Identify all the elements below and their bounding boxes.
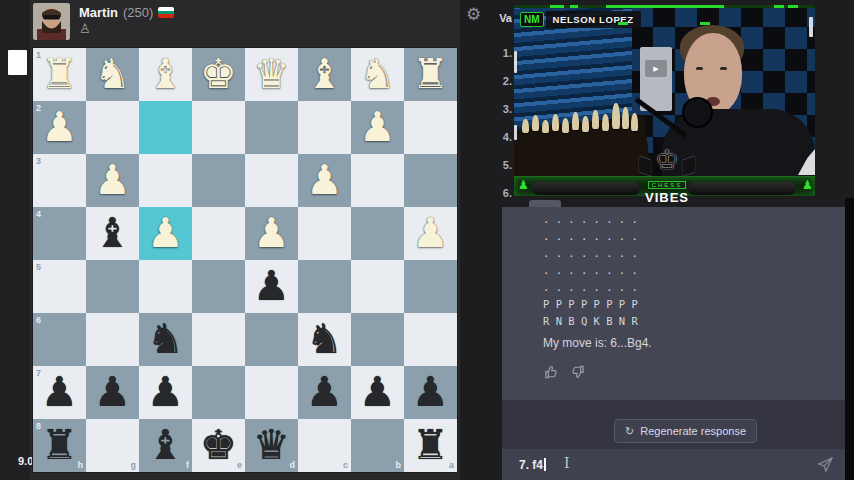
square-b3[interactable]	[351, 154, 404, 207]
regenerate-response-button[interactable]: ↻ Regenerate response	[614, 419, 757, 443]
white-pawn[interactable]: ♟	[351, 101, 404, 154]
regenerate-icon: ↻	[625, 425, 634, 438]
square-c8[interactable]: c	[298, 419, 351, 472]
square-d8[interactable]: ♛d	[245, 419, 298, 472]
file-label-d: d	[290, 460, 296, 470]
square-f1[interactable]: ♝	[139, 48, 192, 101]
overlay-right-dash	[809, 17, 813, 37]
square-f5[interactable]	[139, 260, 192, 313]
square-b1[interactable]: ♞	[351, 48, 404, 101]
square-e5[interactable]	[192, 260, 245, 313]
file-label-f: f	[186, 460, 189, 470]
white-pawn[interactable]: ♟	[139, 207, 192, 260]
square-b2[interactable]: ♟	[351, 101, 404, 154]
ascii-row-3: . . . . . . . .	[543, 245, 638, 262]
file-label-a: a	[449, 460, 454, 470]
right-edge-strip	[845, 198, 854, 480]
white-knight[interactable]: ♞	[86, 48, 139, 101]
player-info: Martin (250) ♙	[79, 3, 174, 35]
black-bishop[interactable]: ♝	[139, 419, 192, 472]
ascii-row-7: R N B Q K B N R	[543, 313, 638, 330]
rank-label-3: 3	[36, 156, 41, 166]
square-e4[interactable]	[192, 207, 245, 260]
square-g1[interactable]: ♞	[86, 48, 139, 101]
square-h7[interactable]: ♟7	[33, 366, 86, 419]
regenerate-label: Regenerate response	[640, 425, 746, 437]
ascii-row-5: . . . . . . . .	[543, 279, 638, 296]
ascii-board: . . . . . . . .. . . . . . . .. . . . . …	[543, 211, 638, 330]
square-a3[interactable]	[404, 154, 457, 207]
square-a8[interactable]: ♜a	[404, 419, 457, 472]
chat-list-marker-1: 1.	[490, 47, 512, 59]
black-knight[interactable]: ♞	[139, 313, 192, 366]
white-panel-fragment	[8, 50, 27, 75]
logo-wing-left	[639, 156, 651, 176]
player-rating: (250)	[123, 5, 153, 20]
youtube-play-button-plaque: ▶	[645, 60, 667, 77]
white-rook[interactable]: ♜	[404, 48, 457, 101]
square-a4[interactable]: ♟	[404, 207, 457, 260]
white-bishop[interactable]: ♝	[139, 48, 192, 101]
white-pawn[interactable]: ♟	[86, 154, 139, 207]
square-e7[interactable]	[192, 366, 245, 419]
rank-label-2: 2	[36, 103, 41, 113]
white-bishop[interactable]: ♝	[298, 48, 351, 101]
overlay-left-dash2	[514, 125, 517, 140]
square-g2[interactable]	[86, 101, 139, 154]
black-pawn[interactable]: ♟	[245, 260, 298, 313]
green-pawn-icon-right: ♟	[802, 178, 813, 192]
white-pawn[interactable]: ♟	[245, 207, 298, 260]
chat-list-marker-5: 5.	[490, 159, 512, 171]
square-h4[interactable]: 4	[33, 207, 86, 260]
square-b5[interactable]	[351, 260, 404, 313]
white-knight[interactable]: ♞	[351, 48, 404, 101]
logo-vibes-text: VIBES	[636, 191, 698, 204]
nm-title: NM	[520, 12, 544, 27]
white-pawn[interactable]: ♟	[298, 154, 351, 207]
ascii-row-1: . . . . . . . .	[543, 211, 638, 228]
square-f8[interactable]: ♝f	[139, 419, 192, 472]
captured-pawn-icon: ♙	[79, 22, 174, 35]
square-d1[interactable]: ♛	[245, 48, 298, 101]
score-indicator: 9.0	[18, 455, 33, 467]
black-pawn[interactable]: ♟	[139, 366, 192, 419]
logo-dash-right	[700, 22, 710, 25]
rank-label-7: 7	[36, 368, 41, 378]
square-h6[interactable]: 6	[33, 313, 86, 366]
square-a1[interactable]: ♜	[404, 48, 457, 101]
square-b8[interactable]: b	[351, 419, 404, 472]
square-d6[interactable]	[245, 313, 298, 366]
square-h8[interactable]: ♜8h	[33, 419, 86, 472]
name-plate-left	[532, 182, 640, 195]
rank-label-8: 8	[36, 421, 41, 431]
square-c6[interactable]: ♞	[298, 313, 351, 366]
avatar[interactable]	[33, 3, 70, 40]
file-label-c: c	[343, 460, 348, 470]
file-label-g: g	[131, 460, 137, 470]
mouse-ibeam-cursor: I	[564, 455, 570, 471]
square-e2[interactable]	[192, 101, 245, 154]
chat-list-marker-4: 4.	[490, 131, 512, 143]
square-b6[interactable]	[351, 313, 404, 366]
chat-list-marker-3: 3.	[490, 103, 512, 115]
square-c4[interactable]	[298, 207, 351, 260]
assistant-move-text: My move is: 6...Bg4.	[543, 336, 652, 350]
square-e3[interactable]	[192, 154, 245, 207]
white-king[interactable]: ♚	[192, 48, 245, 101]
ascii-row-6: P P P P P P P P	[543, 296, 638, 313]
logo-dash-left	[618, 22, 628, 25]
text-caret	[544, 458, 546, 471]
square-c1[interactable]: ♝	[298, 48, 351, 101]
square-b4[interactable]	[351, 207, 404, 260]
assistant-message: . . . . . . . .. . . . . . . .. . . . . …	[502, 207, 845, 400]
file-label-b: b	[396, 460, 402, 470]
square-d7[interactable]	[245, 366, 298, 419]
square-f7[interactable]: ♟	[139, 366, 192, 419]
square-c7[interactable]: ♟	[298, 366, 351, 419]
rank-label-4: 4	[36, 209, 41, 219]
chat-list-marker-2: 2.	[490, 75, 512, 87]
name-plate-right	[688, 182, 796, 195]
square-d5[interactable]: ♟	[245, 260, 298, 313]
square-h1[interactable]: ♜1	[33, 48, 86, 101]
square-e6[interactable]	[192, 313, 245, 366]
square-a7[interactable]: ♟	[404, 366, 457, 419]
overlay-left-dash	[514, 51, 517, 73]
square-f2[interactable]	[139, 101, 192, 154]
square-f4[interactable]: ♟	[139, 207, 192, 260]
file-label-h: h	[78, 460, 84, 470]
feedback-buttons	[544, 365, 585, 379]
square-c3[interactable]: ♟	[298, 154, 351, 207]
black-bishop[interactable]: ♝	[86, 207, 139, 260]
square-g8[interactable]: g	[86, 419, 139, 472]
square-h3[interactable]: 3	[33, 154, 86, 207]
thumbs-down-icon[interactable]	[571, 365, 585, 379]
rank-label-1: 1	[36, 50, 41, 60]
microphone	[682, 97, 713, 128]
square-c5[interactable]	[298, 260, 351, 313]
square-h2[interactable]: ♟2	[33, 101, 86, 154]
chat-input-value: 7. f4	[519, 458, 546, 472]
black-pawn[interactable]: ♟	[404, 366, 457, 419]
white-queen[interactable]: ♛	[245, 48, 298, 101]
opponent-bar: Martin (250) ♙	[33, 3, 174, 43]
square-d3[interactable]	[245, 154, 298, 207]
rank-label-6: 6	[36, 315, 41, 325]
square-a2[interactable]	[404, 101, 457, 154]
bulgaria-flag-icon	[158, 7, 174, 18]
screenshot-root: Martin (250) ♙ ⚙ 9.0 ♜1♞♝♚♛♝♞♜♟2♟3♟♟4♝♟♟…	[0, 0, 854, 480]
chat-list-marker-Va: Va	[490, 12, 512, 24]
square-h5[interactable]: 5	[33, 260, 86, 313]
shelf-cabinet: ▶	[640, 47, 672, 111]
chat-list-marker-6: 6.	[490, 187, 512, 199]
square-g7[interactable]: ♟	[86, 366, 139, 419]
settings-gear-icon[interactable]: ⚙	[466, 4, 481, 25]
white-pawn[interactable]: ♟	[404, 207, 457, 260]
green-pawn-icon-left: ♟	[518, 178, 529, 192]
overlay-top-line	[514, 5, 815, 8]
square-g4[interactable]: ♝	[86, 207, 139, 260]
chess-vibes-logo: ♚ CHESS VIBES	[636, 146, 698, 204]
square-a6[interactable]	[404, 313, 457, 366]
black-pawn[interactable]: ♟	[351, 366, 404, 419]
paper-plane-icon	[818, 457, 833, 472]
square-g6[interactable]	[86, 313, 139, 366]
square-a5[interactable]	[404, 260, 457, 313]
black-pawn[interactable]: ♟	[298, 366, 351, 419]
square-b7[interactable]: ♟	[351, 366, 404, 419]
player-name[interactable]: Martin	[79, 5, 118, 20]
ascii-row-2: . . . . . . . .	[543, 228, 638, 245]
rank-label-5: 5	[36, 262, 41, 272]
square-d4[interactable]: ♟	[245, 207, 298, 260]
chess-set-decoration	[520, 93, 640, 143]
square-d2[interactable]	[245, 101, 298, 154]
square-g5[interactable]	[86, 260, 139, 313]
thumbs-up-icon[interactable]	[544, 365, 558, 379]
square-g3[interactable]: ♟	[86, 154, 139, 207]
square-e1[interactable]: ♚	[192, 48, 245, 101]
black-pawn[interactable]: ♟	[86, 366, 139, 419]
chess-board[interactable]: ♜1♞♝♚♛♝♞♜♟2♟3♟♟4♝♟♟♟5♟6♞♞♟7♟♟♟♟♟♜8hg♝f♚e…	[33, 48, 457, 472]
square-c2[interactable]	[298, 101, 351, 154]
logo-chess-text: CHESS	[648, 181, 687, 189]
streamer-name: NELSON LOPEZ	[546, 11, 641, 28]
chat-input[interactable]: 7. f4 I	[502, 449, 845, 480]
square-f3[interactable]	[139, 154, 192, 207]
send-button[interactable]	[818, 457, 833, 472]
title-badge: NM NELSON LOPEZ	[520, 11, 641, 28]
black-knight[interactable]: ♞	[298, 313, 351, 366]
ascii-row-4: . . . . . . . .	[543, 262, 638, 279]
square-e8[interactable]: ♚e	[192, 419, 245, 472]
file-label-e: e	[237, 460, 242, 470]
square-f6[interactable]: ♞	[139, 313, 192, 366]
